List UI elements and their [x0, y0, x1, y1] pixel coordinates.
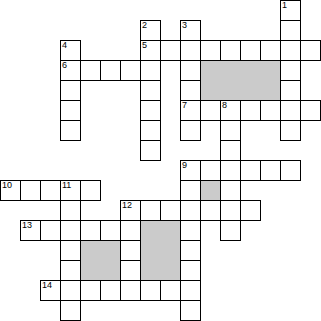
grid-cell-r4c7[interactable]	[140, 80, 161, 101]
grid-cell-r9c11[interactable]	[220, 180, 241, 201]
grid-cell-r8c9[interactable]: 9	[180, 160, 201, 181]
grid-cell-r8c12[interactable]	[240, 160, 261, 181]
clue-number-5: 5	[142, 41, 147, 50]
grid-cell-r11c3[interactable]	[60, 220, 81, 241]
grid-cell-r7c11[interactable]	[220, 140, 241, 161]
shaded-block-2	[140, 220, 181, 281]
grid-cell-r8c11[interactable]	[220, 160, 241, 181]
clue-number-8: 8	[222, 101, 227, 110]
grid-cell-r13c6[interactable]	[120, 260, 141, 281]
grid-cell-r9c0[interactable]: 10	[0, 180, 21, 201]
grid-cell-r5c15[interactable]	[300, 100, 321, 121]
grid-cell-r14c9[interactable]	[180, 280, 201, 301]
shaded-block-1	[200, 180, 221, 201]
grid-cell-r12c9[interactable]	[180, 240, 201, 261]
clue-number-6: 6	[62, 61, 67, 70]
grid-cell-r6c9[interactable]	[180, 120, 201, 141]
grid-cell-r3c9[interactable]	[180, 60, 201, 81]
grid-cell-r3c4[interactable]	[80, 60, 101, 81]
grid-cell-r2c12[interactable]	[240, 40, 261, 61]
grid-cell-r6c7[interactable]	[140, 120, 161, 141]
clue-number-2: 2	[142, 21, 147, 30]
grid-cell-r11c9[interactable]	[180, 220, 201, 241]
grid-cell-r11c11[interactable]	[220, 220, 241, 241]
grid-cell-r13c9[interactable]	[180, 260, 201, 281]
grid-cell-r12c6[interactable]	[120, 240, 141, 261]
grid-cell-r11c5[interactable]	[100, 220, 121, 241]
grid-cell-r15c9[interactable]	[180, 300, 201, 321]
grid-cell-r11c6[interactable]	[120, 220, 141, 241]
grid-cell-r9c2[interactable]	[40, 180, 61, 201]
grid-cell-r2c10[interactable]	[200, 40, 221, 61]
grid-cell-r6c3[interactable]	[60, 120, 81, 141]
clue-number-12: 12	[122, 201, 132, 210]
grid-cell-r14c6[interactable]	[120, 280, 141, 301]
grid-cell-r1c14[interactable]	[280, 20, 301, 41]
clue-number-3: 3	[182, 21, 187, 30]
grid-cell-r14c3[interactable]	[60, 280, 81, 301]
grid-cell-r4c9[interactable]	[180, 80, 201, 101]
grid-cell-r12c3[interactable]	[60, 240, 81, 261]
grid-cell-r14c5[interactable]	[100, 280, 121, 301]
grid-cell-r10c12[interactable]	[240, 200, 261, 221]
clue-number-10: 10	[2, 181, 12, 190]
grid-cell-r5c7[interactable]	[140, 100, 161, 121]
grid-cell-r4c14[interactable]	[280, 80, 301, 101]
grid-cell-r9c9[interactable]	[180, 180, 201, 201]
grid-cell-r14c4[interactable]	[80, 280, 101, 301]
grid-cell-r11c2[interactable]	[40, 220, 61, 241]
grid-cell-r3c7[interactable]	[140, 60, 161, 81]
grid-cell-r1c9[interactable]: 3	[180, 20, 201, 41]
grid-cell-r3c3[interactable]: 6	[60, 60, 81, 81]
grid-cell-r10c3[interactable]	[60, 200, 81, 221]
grid-cell-r2c3[interactable]: 4	[60, 40, 81, 61]
shaded-block-0	[200, 60, 281, 101]
grid-cell-r5c11[interactable]: 8	[220, 100, 241, 121]
grid-cell-r15c3[interactable]	[60, 300, 81, 321]
grid-cell-r11c4[interactable]	[80, 220, 101, 241]
grid-cell-r2c13[interactable]	[260, 40, 281, 61]
grid-cell-r3c5[interactable]	[100, 60, 121, 81]
grid-cell-r14c2[interactable]: 14	[40, 280, 61, 301]
grid-cell-r4c3[interactable]	[60, 80, 81, 101]
grid-cell-r6c11[interactable]	[220, 120, 241, 141]
grid-cell-r0c14[interactable]: 1	[280, 0, 301, 21]
grid-cell-r10c9[interactable]	[180, 200, 201, 221]
grid-cell-r3c6[interactable]	[120, 60, 141, 81]
grid-cell-r2c14[interactable]	[280, 40, 301, 61]
crossword-grid: 1234567891011121314	[0, 0, 321, 321]
clue-number-4: 4	[62, 41, 67, 50]
grid-cell-r2c8[interactable]	[160, 40, 181, 61]
grid-cell-r6c14[interactable]	[280, 120, 301, 141]
grid-cell-r5c12[interactable]	[240, 100, 261, 121]
grid-cell-r7c7[interactable]	[140, 140, 161, 161]
grid-cell-r8c13[interactable]	[260, 160, 281, 181]
grid-cell-r14c8[interactable]	[160, 280, 181, 301]
grid-cell-r14c7[interactable]	[140, 280, 161, 301]
grid-cell-r9c1[interactable]	[20, 180, 41, 201]
clue-number-1: 1	[282, 1, 287, 10]
grid-cell-r8c10[interactable]	[200, 160, 221, 181]
grid-cell-r10c10[interactable]	[200, 200, 221, 221]
grid-cell-r3c14[interactable]	[280, 60, 301, 81]
grid-cell-r5c14[interactable]	[280, 100, 301, 121]
grid-cell-r2c15[interactable]	[300, 40, 321, 61]
grid-cell-r13c3[interactable]	[60, 260, 81, 281]
grid-cell-r5c13[interactable]	[260, 100, 281, 121]
grid-cell-r2c11[interactable]	[220, 40, 241, 61]
shaded-block-3	[80, 240, 121, 281]
grid-cell-r10c8[interactable]	[160, 200, 181, 221]
clue-number-14: 14	[42, 281, 52, 290]
grid-cell-r10c11[interactable]	[220, 200, 241, 221]
grid-cell-r2c9[interactable]	[180, 40, 201, 61]
clue-number-9: 9	[182, 161, 187, 170]
grid-cell-r9c4[interactable]	[80, 180, 101, 201]
grid-cell-r5c9[interactable]: 7	[180, 100, 201, 121]
grid-cell-r9c3[interactable]: 11	[60, 180, 81, 201]
clue-number-7: 7	[182, 101, 187, 110]
grid-cell-r5c3[interactable]	[60, 100, 81, 121]
clue-number-11: 11	[62, 181, 71, 190]
grid-cell-r8c14[interactable]	[280, 160, 301, 181]
grid-cell-r2c7[interactable]: 5	[140, 40, 161, 61]
grid-cell-r1c7[interactable]: 2	[140, 20, 161, 41]
grid-cell-r10c6[interactable]: 12	[120, 200, 141, 221]
clue-number-13: 13	[22, 221, 32, 230]
grid-cell-r5c10[interactable]	[200, 100, 221, 121]
grid-cell-r10c7[interactable]	[140, 200, 161, 221]
grid-cell-r11c1[interactable]: 13	[20, 220, 41, 241]
